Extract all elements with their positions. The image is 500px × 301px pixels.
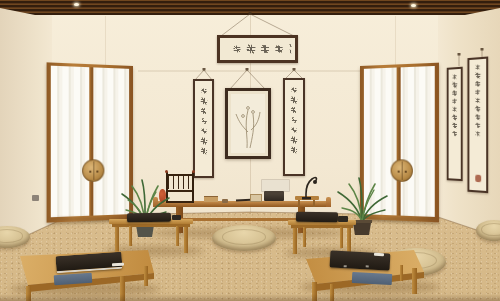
scroll-calligraphy bbox=[449, 69, 461, 179]
desk-leg bbox=[184, 227, 188, 253]
plaque-calligraphy bbox=[220, 38, 295, 60]
calligraphy-plaque bbox=[217, 35, 298, 63]
rack-post bbox=[192, 172, 194, 203]
floor-cushion-center bbox=[212, 225, 276, 251]
desk-leg bbox=[176, 226, 179, 246]
black-qin-case bbox=[296, 212, 338, 223]
ink-flower-sketch bbox=[231, 94, 265, 153]
door-gap bbox=[399, 67, 400, 215]
desk-leg bbox=[129, 226, 132, 246]
side-scroll bbox=[467, 56, 488, 193]
gooseneck-lamp bbox=[296, 170, 324, 200]
rack-finial bbox=[165, 170, 168, 173]
desk-leg bbox=[412, 268, 417, 294]
medallion-pull bbox=[405, 171, 407, 173]
scroll-calligraphy bbox=[285, 80, 303, 174]
black-qin-case bbox=[127, 213, 171, 223]
potted-plant-left bbox=[112, 178, 176, 238]
blue-notebook bbox=[352, 272, 393, 285]
desk-leg bbox=[144, 266, 148, 286]
bottom-vignette bbox=[0, 294, 500, 301]
small-dark-item bbox=[338, 216, 348, 222]
studio-photo bbox=[0, 0, 500, 301]
side-scroll bbox=[447, 67, 463, 181]
mini-stand-leg bbox=[298, 200, 300, 207]
white-slip bbox=[374, 253, 384, 257]
desk-leg bbox=[400, 265, 403, 281]
medallion-pull bbox=[96, 171, 98, 173]
incense-box bbox=[204, 196, 218, 202]
rack-finial bbox=[192, 170, 195, 173]
small-cup bbox=[222, 199, 228, 203]
small-dark-item bbox=[172, 215, 181, 220]
dark-case bbox=[264, 191, 284, 201]
mini-stand-leg bbox=[313, 200, 315, 207]
medallion-pull bbox=[398, 171, 400, 173]
light-box bbox=[250, 194, 262, 202]
case-clasp bbox=[366, 265, 369, 267]
scroll-calligraphy bbox=[195, 81, 212, 176]
center-ink-painting bbox=[225, 88, 271, 159]
side-wall-scroll-pair bbox=[444, 54, 494, 202]
door-gap bbox=[91, 67, 92, 215]
scroll-seal-motif bbox=[475, 175, 481, 183]
desk-apron bbox=[291, 225, 353, 228]
medallion-pull bbox=[89, 171, 91, 173]
plaque-signature bbox=[288, 41, 293, 63]
scroll-calligraphy bbox=[469, 59, 486, 191]
case-clasp bbox=[344, 265, 347, 267]
right-calligraphy-scroll bbox=[283, 78, 305, 176]
left-calligraphy-scroll bbox=[193, 79, 214, 178]
wall-outlet bbox=[32, 195, 39, 201]
